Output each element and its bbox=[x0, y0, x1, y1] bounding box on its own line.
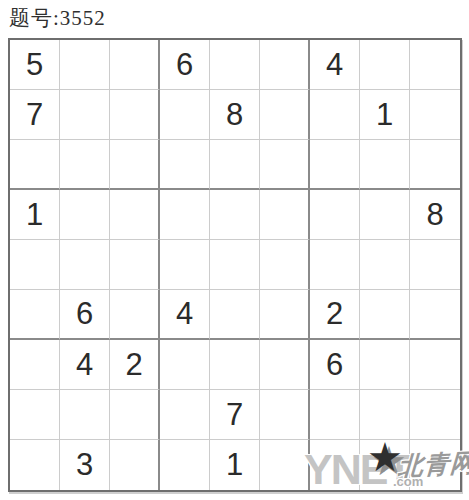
cell-r4c6[interactable] bbox=[260, 190, 310, 240]
cell-r1c8[interactable] bbox=[360, 40, 410, 90]
cell-r6c6[interactable] bbox=[260, 290, 310, 340]
cell-r8c5[interactable]: 7 bbox=[210, 390, 260, 440]
cell-r6c4[interactable]: 4 bbox=[160, 290, 210, 340]
cell-r5c2[interactable] bbox=[60, 240, 110, 290]
cell-r9c1[interactable] bbox=[10, 440, 60, 490]
cell-r3c8[interactable] bbox=[360, 140, 410, 190]
cell-r9c3[interactable] bbox=[110, 440, 160, 490]
cell-r8c7[interactable] bbox=[310, 390, 360, 440]
puzzle-number-label: 题号:3552 bbox=[9, 4, 106, 32]
cell-r1c7[interactable]: 4 bbox=[310, 40, 360, 90]
cell-r6c5[interactable] bbox=[210, 290, 260, 340]
cell-r6c2[interactable]: 6 bbox=[60, 290, 110, 340]
cell-r2c9[interactable] bbox=[410, 90, 460, 140]
cell-r3c3[interactable] bbox=[110, 140, 160, 190]
cell-r5c3[interactable] bbox=[110, 240, 160, 290]
cell-r7c7[interactable]: 6 bbox=[310, 340, 360, 390]
cell-r8c8[interactable] bbox=[360, 390, 410, 440]
cell-r4c7[interactable] bbox=[310, 190, 360, 240]
cell-r8c9[interactable] bbox=[410, 390, 460, 440]
cell-r7c3[interactable]: 2 bbox=[110, 340, 160, 390]
cell-r7c1[interactable] bbox=[10, 340, 60, 390]
cell-r3c7[interactable] bbox=[310, 140, 360, 190]
cell-r2c7[interactable] bbox=[310, 90, 360, 140]
cell-r2c4[interactable] bbox=[160, 90, 210, 140]
cell-r2c1[interactable]: 7 bbox=[10, 90, 60, 140]
cell-r5c5[interactable] bbox=[210, 240, 260, 290]
cell-r1c3[interactable] bbox=[110, 40, 160, 90]
sudoku-board: 56478118642426731 bbox=[8, 38, 462, 492]
cell-r9c5[interactable]: 1 bbox=[210, 440, 260, 490]
cell-r1c6[interactable] bbox=[260, 40, 310, 90]
cell-r2c6[interactable] bbox=[260, 90, 310, 140]
cell-r4c5[interactable] bbox=[210, 190, 260, 240]
cell-r9c7[interactable] bbox=[310, 440, 360, 490]
cell-r7c4[interactable] bbox=[160, 340, 210, 390]
cell-r8c4[interactable] bbox=[160, 390, 210, 440]
cell-r3c4[interactable] bbox=[160, 140, 210, 190]
cell-r7c2[interactable]: 4 bbox=[60, 340, 110, 390]
cell-r8c3[interactable] bbox=[110, 390, 160, 440]
cell-r9c6[interactable] bbox=[260, 440, 310, 490]
cell-r1c1[interactable]: 5 bbox=[10, 40, 60, 90]
cell-r3c2[interactable] bbox=[60, 140, 110, 190]
cell-r5c1[interactable] bbox=[10, 240, 60, 290]
cell-r7c6[interactable] bbox=[260, 340, 310, 390]
cell-r4c1[interactable]: 1 bbox=[10, 190, 60, 240]
cell-r9c4[interactable] bbox=[160, 440, 210, 490]
cell-r7c8[interactable] bbox=[360, 340, 410, 390]
cell-r9c9[interactable] bbox=[410, 440, 460, 490]
cell-r4c3[interactable] bbox=[110, 190, 160, 240]
cell-r8c1[interactable] bbox=[10, 390, 60, 440]
cell-r8c2[interactable] bbox=[60, 390, 110, 440]
cell-r6c8[interactable] bbox=[360, 290, 410, 340]
cell-r5c9[interactable] bbox=[410, 240, 460, 290]
cell-r1c9[interactable] bbox=[410, 40, 460, 90]
cell-r2c3[interactable] bbox=[110, 90, 160, 140]
cell-r3c5[interactable] bbox=[210, 140, 260, 190]
cell-r2c2[interactable] bbox=[60, 90, 110, 140]
cell-r7c5[interactable] bbox=[210, 340, 260, 390]
cell-r5c4[interactable] bbox=[160, 240, 210, 290]
cell-r2c8[interactable]: 1 bbox=[360, 90, 410, 140]
cell-r9c8[interactable] bbox=[360, 440, 410, 490]
cell-r3c1[interactable] bbox=[10, 140, 60, 190]
cell-r2c5[interactable]: 8 bbox=[210, 90, 260, 140]
cell-r6c3[interactable] bbox=[110, 290, 160, 340]
cell-r6c1[interactable] bbox=[10, 290, 60, 340]
page: { "game": "sudoku", "title": "题号:3552", … bbox=[0, 0, 469, 500]
cell-r4c8[interactable] bbox=[360, 190, 410, 240]
cell-r4c4[interactable] bbox=[160, 190, 210, 240]
cell-r1c5[interactable] bbox=[210, 40, 260, 90]
cell-r5c8[interactable] bbox=[360, 240, 410, 290]
cell-r4c2[interactable] bbox=[60, 190, 110, 240]
cell-r3c9[interactable] bbox=[410, 140, 460, 190]
cell-r5c7[interactable] bbox=[310, 240, 360, 290]
cell-r5c6[interactable] bbox=[260, 240, 310, 290]
cell-r6c7[interactable]: 2 bbox=[310, 290, 360, 340]
cell-r8c6[interactable] bbox=[260, 390, 310, 440]
cell-r3c6[interactable] bbox=[260, 140, 310, 190]
cell-r1c4[interactable]: 6 bbox=[160, 40, 210, 90]
cell-r4c9[interactable]: 8 bbox=[410, 190, 460, 240]
cell-r1c2[interactable] bbox=[60, 40, 110, 90]
cell-r7c9[interactable] bbox=[410, 340, 460, 390]
cell-r6c9[interactable] bbox=[410, 290, 460, 340]
cell-r9c2[interactable]: 3 bbox=[60, 440, 110, 490]
